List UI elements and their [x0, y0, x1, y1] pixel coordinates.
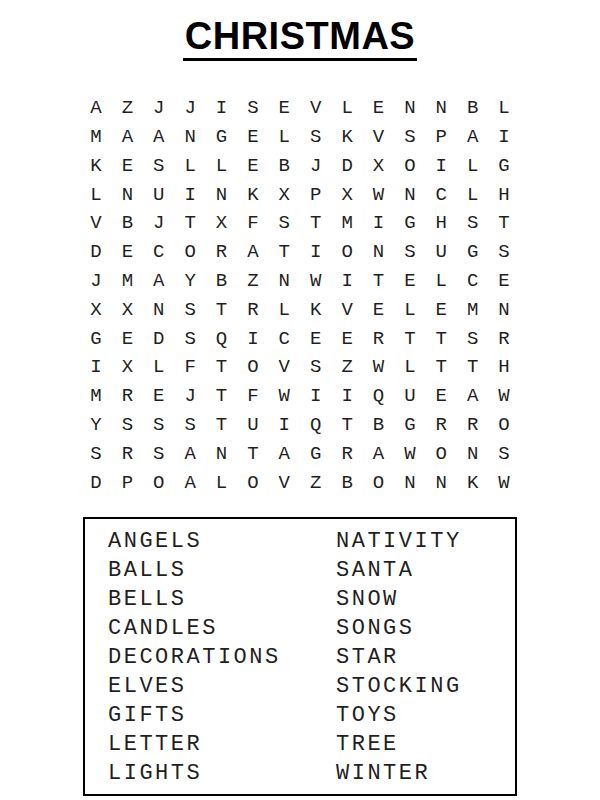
word-list-left-column: ANGELSBALLSBELLSCANDLESDECORATIONSELVESG…	[108, 527, 336, 788]
grid-cell: I	[331, 382, 362, 411]
grid-cell: R	[363, 324, 394, 353]
grid-cell: G	[457, 238, 488, 267]
grid-cell: L	[426, 267, 457, 296]
grid-cell: M	[80, 123, 111, 152]
grid-cell: C	[269, 324, 300, 353]
grid-cell: E	[426, 295, 457, 324]
grid-cell: F	[174, 353, 205, 382]
grid-cell: L	[174, 151, 205, 180]
grid-cell: L	[331, 94, 362, 123]
grid-cell: S	[112, 411, 143, 440]
grid-cell: T	[206, 353, 237, 382]
grid-cell: N	[426, 94, 457, 123]
grid-cell: D	[80, 238, 111, 267]
grid-cell: X	[331, 180, 362, 209]
grid-cell: I	[237, 324, 268, 353]
grid-cell: B	[206, 267, 237, 296]
grid-cell: K	[80, 151, 111, 180]
grid-cell: M	[457, 295, 488, 324]
grid-cell: U	[237, 411, 268, 440]
grid-cell: N	[174, 123, 205, 152]
grid-cell: I	[363, 209, 394, 238]
grid-cell: Z	[112, 94, 143, 123]
grid-cell: L	[394, 353, 425, 382]
grid-cell: N	[143, 295, 174, 324]
grid-cell: N	[363, 238, 394, 267]
grid-cell: A	[174, 439, 205, 468]
word-list-item: WINTER	[336, 759, 515, 788]
grid-cell: O	[331, 238, 362, 267]
grid-cell: E	[237, 123, 268, 152]
grid-cell: V	[269, 353, 300, 382]
grid-cell: X	[112, 353, 143, 382]
grid-cell: J	[174, 382, 205, 411]
grid-cell: J	[300, 151, 331, 180]
grid-cell: T	[488, 209, 519, 238]
grid-cell: R	[488, 324, 519, 353]
grid-cell: S	[394, 238, 425, 267]
grid-cell: T	[394, 324, 425, 353]
grid-cell: T	[206, 382, 237, 411]
grid-cell: Y	[174, 267, 205, 296]
grid-cell: A	[363, 439, 394, 468]
grid-cell: A	[112, 123, 143, 152]
grid-cell: G	[80, 324, 111, 353]
grid-cell: I	[269, 411, 300, 440]
grid-cell: E	[363, 295, 394, 324]
grid-cell: S	[457, 324, 488, 353]
grid-cell: J	[143, 94, 174, 123]
grid-cell: W	[363, 180, 394, 209]
grid-cell: E	[112, 151, 143, 180]
grid-cell: L	[394, 295, 425, 324]
grid-cell: T	[426, 324, 457, 353]
grid-cell: M	[331, 209, 362, 238]
word-list-item: TREE	[336, 730, 515, 759]
grid-cell: G	[488, 151, 519, 180]
grid-cell: W	[394, 439, 425, 468]
grid-cell: L	[269, 295, 300, 324]
grid-cell: N	[206, 439, 237, 468]
grid-cell: O	[237, 468, 268, 497]
grid-cell: M	[80, 382, 111, 411]
grid-cell: L	[457, 180, 488, 209]
grid-cell: Z	[300, 468, 331, 497]
grid-cell: W	[300, 267, 331, 296]
grid-cell: N	[394, 180, 425, 209]
grid-cell: S	[269, 209, 300, 238]
grid-cell: O	[237, 353, 268, 382]
grid-cell: M	[112, 267, 143, 296]
grid-cell: P	[300, 180, 331, 209]
grid-cell: X	[112, 295, 143, 324]
grid-cell: H	[488, 180, 519, 209]
grid-cell: V	[331, 295, 362, 324]
grid-cell: H	[426, 209, 457, 238]
grid-cell: E	[143, 382, 174, 411]
title-area: CHRISTMAS	[0, 0, 600, 61]
word-list-item: LETTER	[108, 730, 336, 759]
grid-cell: S	[174, 324, 205, 353]
grid-cell: S	[457, 209, 488, 238]
worksheet-page: CHRISTMAS AZJJISEVLENNBLMAANGELSKVSPAIKE…	[0, 0, 600, 800]
grid-cell: I	[206, 94, 237, 123]
grid-cell: U	[143, 180, 174, 209]
grid-cell: D	[80, 468, 111, 497]
grid-cell: N	[269, 267, 300, 296]
grid-cell: W	[269, 382, 300, 411]
grid-cell: S	[80, 439, 111, 468]
grid-cell: B	[112, 209, 143, 238]
grid-cell: J	[143, 209, 174, 238]
grid-cell: A	[457, 123, 488, 152]
puzzle-title: CHRISTMAS	[183, 17, 417, 61]
grid-cell: R	[206, 238, 237, 267]
grid-cell: R	[331, 439, 362, 468]
word-list-item: BELLS	[108, 585, 336, 614]
grid-cell: S	[394, 123, 425, 152]
grid-cell: B	[331, 468, 362, 497]
word-list-item: STOCKING	[336, 672, 515, 701]
word-search-grid: AZJJISEVLENNBLMAANGELSKVSPAIKESLLEBJDXOI…	[80, 94, 519, 497]
word-list-item: DECORATIONS	[108, 643, 336, 672]
grid-cell: K	[300, 295, 331, 324]
grid-cell: T	[457, 353, 488, 382]
grid-cell: V	[80, 209, 111, 238]
grid-cell: T	[237, 439, 268, 468]
grid-cell: S	[300, 353, 331, 382]
grid-cell: E	[300, 324, 331, 353]
grid-cell: E	[363, 94, 394, 123]
grid-cell: S	[237, 94, 268, 123]
grid-cell: P	[112, 468, 143, 497]
grid-cell: E	[426, 382, 457, 411]
grid-cell: T	[363, 267, 394, 296]
grid-cell: E	[112, 238, 143, 267]
grid-cell: J	[80, 267, 111, 296]
grid-cell: E	[237, 151, 268, 180]
grid-cell: A	[269, 439, 300, 468]
grid-cell: G	[394, 411, 425, 440]
grid-cell: K	[237, 180, 268, 209]
grid-cell: T	[269, 238, 300, 267]
grid-cell: I	[300, 238, 331, 267]
word-list-item: SNOW	[336, 585, 515, 614]
grid-cell: S	[143, 411, 174, 440]
grid-cell: H	[488, 353, 519, 382]
grid-cell: R	[426, 411, 457, 440]
grid-cell: T	[206, 295, 237, 324]
grid-cell: R	[457, 411, 488, 440]
grid-cell: U	[426, 238, 457, 267]
word-list-item: BALLS	[108, 556, 336, 585]
grid-cell: S	[300, 123, 331, 152]
grid-cell: N	[426, 468, 457, 497]
grid-cell: K	[331, 123, 362, 152]
grid-cell: E	[394, 267, 425, 296]
grid-cell: S	[488, 439, 519, 468]
grid-cell: L	[206, 468, 237, 497]
grid-cell: N	[488, 295, 519, 324]
grid-cell: G	[394, 209, 425, 238]
grid-cell: F	[237, 209, 268, 238]
grid-cell: L	[80, 180, 111, 209]
grid-cell: S	[174, 411, 205, 440]
grid-cell: Q	[300, 411, 331, 440]
grid-cell: E	[488, 267, 519, 296]
grid-cell: W	[488, 468, 519, 497]
word-list-item: ANGELS	[108, 527, 336, 556]
grid-cell: L	[488, 94, 519, 123]
grid-cell: N	[112, 180, 143, 209]
grid-cell: E	[331, 324, 362, 353]
grid-cell: E	[112, 324, 143, 353]
grid-cell: R	[237, 295, 268, 324]
grid-cell: C	[457, 267, 488, 296]
grid-cell: U	[394, 382, 425, 411]
grid-cell: C	[426, 180, 457, 209]
grid-cell: S	[143, 439, 174, 468]
grid-cell: S	[174, 295, 205, 324]
grid-cell: X	[363, 151, 394, 180]
word-list-item: SONGS	[336, 614, 515, 643]
grid-cell: N	[394, 94, 425, 123]
grid-cell: G	[206, 123, 237, 152]
grid-cell: J	[174, 94, 205, 123]
grid-cell: T	[206, 411, 237, 440]
word-list-item: ELVES	[108, 672, 336, 701]
grid-cell: I	[331, 267, 362, 296]
grid-cell: A	[457, 382, 488, 411]
grid-cell: Q	[363, 382, 394, 411]
grid-cell: I	[300, 382, 331, 411]
grid-cell: L	[457, 151, 488, 180]
grid-cell: O	[174, 238, 205, 267]
word-list-item: CANDLES	[108, 614, 336, 643]
grid-cell: P	[426, 123, 457, 152]
grid-cell: K	[457, 468, 488, 497]
grid-cell: O	[426, 439, 457, 468]
grid-cell: Q	[206, 324, 237, 353]
grid-cell: A	[80, 94, 111, 123]
grid-cell: N	[206, 180, 237, 209]
grid-cell: O	[488, 411, 519, 440]
grid-cell: S	[143, 151, 174, 180]
grid-cell: T	[300, 209, 331, 238]
grid-cell: T	[426, 353, 457, 382]
grid-cell: C	[143, 238, 174, 267]
grid-cell: V	[300, 94, 331, 123]
grid-cell: L	[143, 353, 174, 382]
grid-cell: L	[206, 151, 237, 180]
grid-cell: G	[300, 439, 331, 468]
grid-cell: A	[174, 468, 205, 497]
grid-cell: V	[269, 468, 300, 497]
grid-cell: F	[237, 382, 268, 411]
grid-cell: V	[363, 123, 394, 152]
word-list-box: ANGELSBALLSBELLSCANDLESDECORATIONSELVESG…	[83, 517, 517, 796]
grid-cell: E	[269, 94, 300, 123]
word-list-item: TOYS	[336, 701, 515, 730]
grid-cell: O	[394, 151, 425, 180]
word-list-item: SANTA	[336, 556, 515, 585]
grid-cell: I	[488, 123, 519, 152]
grid-cell: A	[143, 123, 174, 152]
word-list-item: GIFTS	[108, 701, 336, 730]
grid-cell: Y	[80, 411, 111, 440]
grid-cell: X	[80, 295, 111, 324]
grid-cell: I	[174, 180, 205, 209]
grid-cell: A	[143, 267, 174, 296]
word-list-item: NATIVITY	[336, 527, 515, 556]
grid-cell: N	[457, 439, 488, 468]
grid-cell: Z	[237, 267, 268, 296]
word-list-item: STAR	[336, 643, 515, 672]
grid-cell: X	[269, 180, 300, 209]
grid-cell: D	[331, 151, 362, 180]
grid-cell: B	[457, 94, 488, 123]
word-list-right-column: NATIVITYSANTASNOWSONGSSTARSTOCKINGTOYSTR…	[336, 527, 515, 788]
grid-cell: W	[363, 353, 394, 382]
grid-cell: I	[426, 151, 457, 180]
grid-cell: L	[269, 123, 300, 152]
grid-cell: D	[143, 324, 174, 353]
grid-cell: B	[269, 151, 300, 180]
grid-cell: I	[80, 353, 111, 382]
grid-cell: R	[112, 439, 143, 468]
grid-cell: X	[206, 209, 237, 238]
grid-cell: T	[331, 411, 362, 440]
grid-cell: T	[174, 209, 205, 238]
grid-cell: S	[488, 238, 519, 267]
grid-cell: R	[112, 382, 143, 411]
grid-cell: N	[394, 468, 425, 497]
grid-cell: O	[143, 468, 174, 497]
grid-cell: O	[363, 468, 394, 497]
grid-cell: W	[488, 382, 519, 411]
grid-cell: Z	[331, 353, 362, 382]
word-list-item: LIGHTS	[108, 759, 336, 788]
grid-cell: A	[237, 238, 268, 267]
grid-cell: B	[363, 411, 394, 440]
